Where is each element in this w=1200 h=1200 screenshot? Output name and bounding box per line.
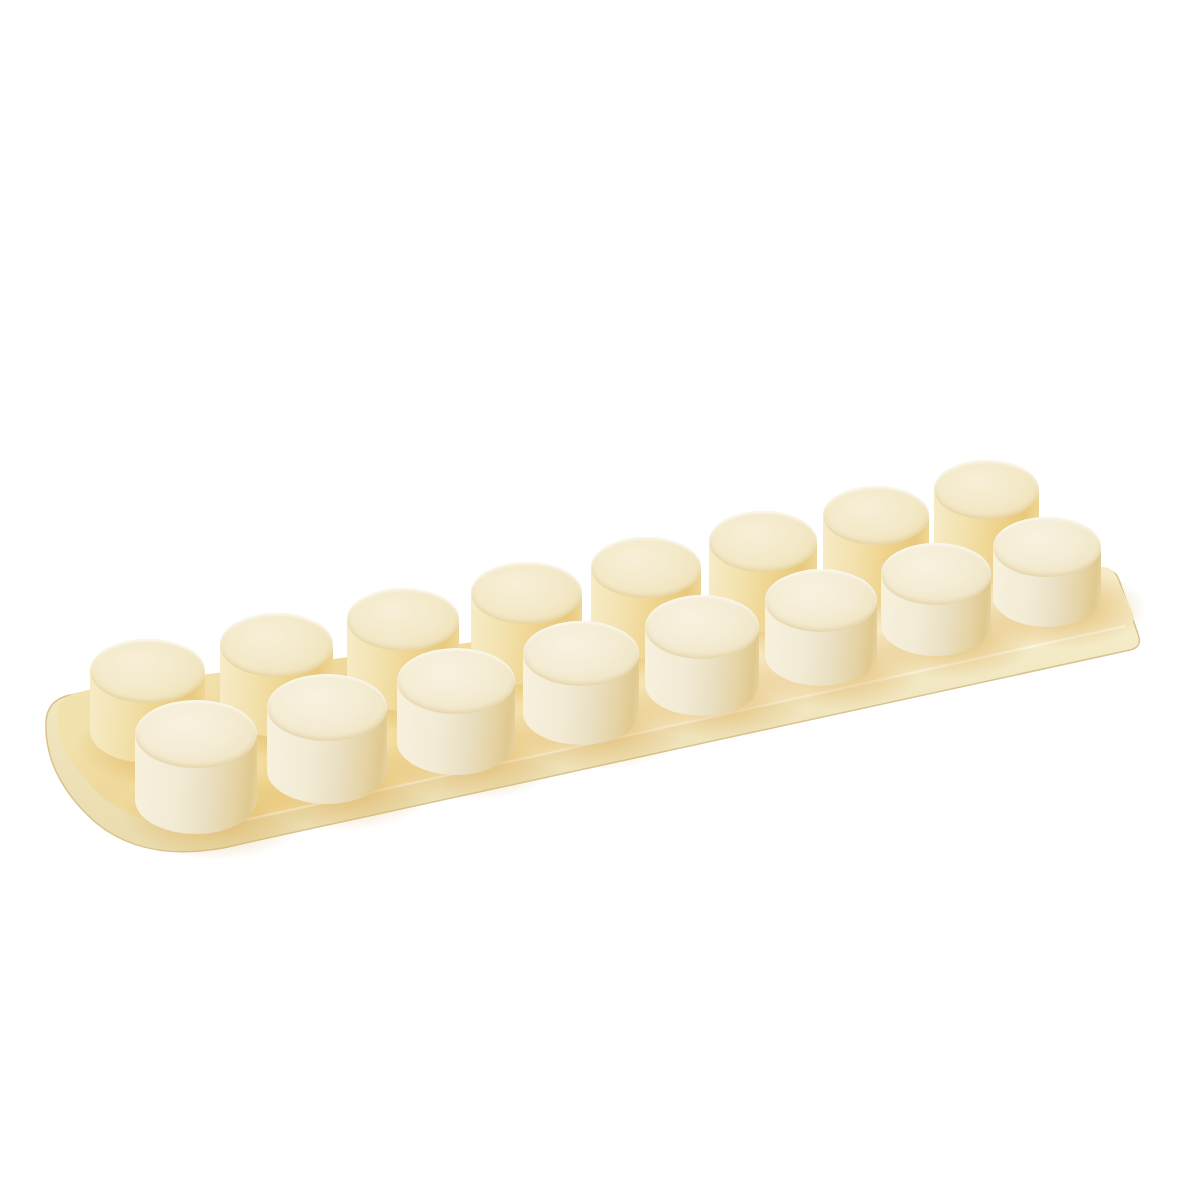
peg-r1-c2[interactable] bbox=[397, 648, 515, 775]
peg-r1-c6[interactable] bbox=[881, 543, 991, 656]
peg-top-face bbox=[220, 613, 334, 677]
peg-top-face bbox=[881, 543, 991, 605]
peg-top-face bbox=[135, 700, 257, 768]
peg-top-face bbox=[347, 588, 459, 651]
peg-r1-c5[interactable] bbox=[765, 569, 877, 686]
peg-top-face bbox=[934, 460, 1039, 519]
peg-r1-c0[interactable] bbox=[135, 700, 257, 834]
cell-r1-c7[interactable] bbox=[1014, 640, 1171, 730]
peg-top-face bbox=[645, 595, 759, 659]
peg-top-face bbox=[267, 674, 387, 741]
peg-top-face bbox=[993, 517, 1101, 577]
peg-top-face bbox=[523, 621, 639, 686]
peg-r1-c1[interactable] bbox=[267, 674, 387, 805]
peg-r1-c3[interactable] bbox=[523, 621, 639, 745]
peg-top-face bbox=[90, 639, 205, 703]
peg-top-face bbox=[591, 537, 700, 598]
peg-top-face bbox=[471, 562, 582, 624]
peg-r1-c7[interactable] bbox=[993, 517, 1101, 627]
peg-top-face bbox=[397, 648, 515, 714]
peg-top-face bbox=[709, 511, 817, 571]
peg-top-face bbox=[765, 569, 877, 632]
peg-r1-c4[interactable] bbox=[645, 595, 759, 715]
scene bbox=[0, 0, 1200, 1200]
